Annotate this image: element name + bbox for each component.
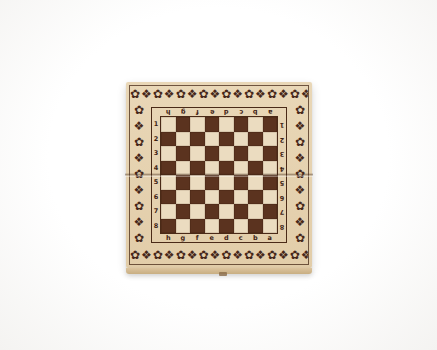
square-b3 — [248, 146, 263, 161]
square-d2 — [219, 132, 234, 147]
square-e2 — [205, 132, 220, 147]
rank-label: 1 — [152, 117, 160, 132]
file-label: d — [219, 108, 234, 116]
ornament-frame: ✿❖✿❖✿❖✿❖✿❖✿❖✿❖✿❖✿❖✿❖✿❖✿❖ ✿❖✿❖✿❖✿❖✿❖✿❖✿❖✿… — [129, 85, 309, 265]
ornament-border-right: ✿❖✿❖✿❖✿❖✿❖✿❖✿❖✿❖✿❖✿❖✿❖✿❖ — [291, 103, 308, 247]
square-g5 — [176, 175, 191, 190]
square-h4 — [161, 161, 176, 176]
square-b7 — [248, 204, 263, 219]
file-label: e — [205, 108, 220, 116]
square-a8 — [263, 219, 278, 234]
square-c7 — [234, 204, 249, 219]
square-g1 — [176, 117, 191, 132]
file-label: b — [248, 234, 263, 242]
square-f7 — [190, 204, 205, 219]
square-c8 — [234, 219, 249, 234]
ornament-border-bottom: ✿❖✿❖✿❖✿❖✿❖✿❖✿❖✿❖✿❖✿❖✿❖✿❖ — [130, 247, 308, 264]
square-c2 — [234, 132, 249, 147]
square-b5 — [248, 175, 263, 190]
square-a4 — [263, 161, 278, 176]
file-label: c — [234, 234, 249, 242]
square-d1 — [219, 117, 234, 132]
square-e6 — [205, 190, 220, 205]
square-e8 — [205, 219, 220, 234]
rank-label: 1 — [278, 117, 286, 132]
rank-label: 7 — [152, 204, 160, 219]
square-f2 — [190, 132, 205, 147]
file-label: b — [248, 108, 263, 116]
square-a2 — [263, 132, 278, 147]
square-c3 — [234, 146, 249, 161]
square-b6 — [248, 190, 263, 205]
square-b8 — [248, 219, 263, 234]
square-h5 — [161, 175, 176, 190]
file-label: d — [219, 234, 234, 242]
coordinate-panel: hgfedcba hgfedcba 12345678 12345678 — [151, 107, 287, 243]
square-f3 — [190, 146, 205, 161]
squares-grid — [161, 117, 277, 233]
square-f1 — [190, 117, 205, 132]
square-c4 — [234, 161, 249, 176]
file-label: a — [263, 234, 278, 242]
square-e7 — [205, 204, 220, 219]
rank-labels-left: 12345678 — [152, 117, 160, 233]
square-d3 — [219, 146, 234, 161]
square-c5 — [234, 175, 249, 190]
square-c1 — [234, 117, 249, 132]
square-f4 — [190, 161, 205, 176]
rank-label: 8 — [278, 219, 286, 234]
rank-label: 5 — [278, 175, 286, 190]
file-label: e — [205, 234, 220, 242]
square-b1 — [248, 117, 263, 132]
square-g7 — [176, 204, 191, 219]
square-f6 — [190, 190, 205, 205]
square-d6 — [219, 190, 234, 205]
square-h8 — [161, 219, 176, 234]
file-label: g — [176, 108, 191, 116]
square-b2 — [248, 132, 263, 147]
square-f8 — [190, 219, 205, 234]
rank-label: 3 — [278, 146, 286, 161]
file-label: a — [263, 108, 278, 116]
file-labels-top: hgfedcba — [161, 108, 277, 116]
square-g2 — [176, 132, 191, 147]
square-g8 — [176, 219, 191, 234]
square-a6 — [263, 190, 278, 205]
square-a1 — [263, 117, 278, 132]
square-h3 — [161, 146, 176, 161]
square-e5 — [205, 175, 220, 190]
file-label: c — [234, 108, 249, 116]
square-e1 — [205, 117, 220, 132]
file-label: f — [190, 234, 205, 242]
rank-labels-right: 12345678 — [278, 117, 286, 233]
hinge-clasp — [219, 272, 227, 276]
square-d5 — [219, 175, 234, 190]
square-g6 — [176, 190, 191, 205]
rank-label: 3 — [152, 146, 160, 161]
ornament-border-left: ✿❖✿❖✿❖✿❖✿❖✿❖✿❖✿❖✿❖✿❖✿❖✿❖ — [130, 103, 147, 247]
square-h2 — [161, 132, 176, 147]
square-g3 — [176, 146, 191, 161]
square-a7 — [263, 204, 278, 219]
rank-label: 6 — [278, 190, 286, 205]
square-h6 — [161, 190, 176, 205]
chess-board: ✿❖✿❖✿❖✿❖✿❖✿❖✿❖✿❖✿❖✿❖✿❖✿❖ ✿❖✿❖✿❖✿❖✿❖✿❖✿❖✿… — [126, 82, 312, 268]
square-e3 — [205, 146, 220, 161]
square-h1 — [161, 117, 176, 132]
square-h7 — [161, 204, 176, 219]
rank-label: 6 — [152, 190, 160, 205]
square-b4 — [248, 161, 263, 176]
rank-label: 4 — [278, 161, 286, 176]
file-label: h — [161, 234, 176, 242]
rank-label: 2 — [152, 132, 160, 147]
rank-label: 7 — [278, 204, 286, 219]
rank-label: 8 — [152, 219, 160, 234]
file-label: g — [176, 234, 191, 242]
file-label: h — [161, 108, 176, 116]
rank-label: 5 — [152, 175, 160, 190]
square-f5 — [190, 175, 205, 190]
square-d4 — [219, 161, 234, 176]
rank-label: 2 — [278, 132, 286, 147]
square-d7 — [219, 204, 234, 219]
square-d8 — [219, 219, 234, 234]
square-g4 — [176, 161, 191, 176]
photo-background: ✿❖✿❖✿❖✿❖✿❖✿❖✿❖✿❖✿❖✿❖✿❖✿❖ ✿❖✿❖✿❖✿❖✿❖✿❖✿❖✿… — [0, 0, 437, 350]
rank-label: 4 — [152, 161, 160, 176]
square-e4 — [205, 161, 220, 176]
ornament-border-top: ✿❖✿❖✿❖✿❖✿❖✿❖✿❖✿❖✿❖✿❖✿❖✿❖ — [130, 86, 308, 103]
grid-frame — [160, 116, 278, 234]
square-c6 — [234, 190, 249, 205]
file-labels-bottom: hgfedcba — [161, 234, 277, 242]
square-a5 — [263, 175, 278, 190]
file-label: f — [190, 108, 205, 116]
square-a3 — [263, 146, 278, 161]
